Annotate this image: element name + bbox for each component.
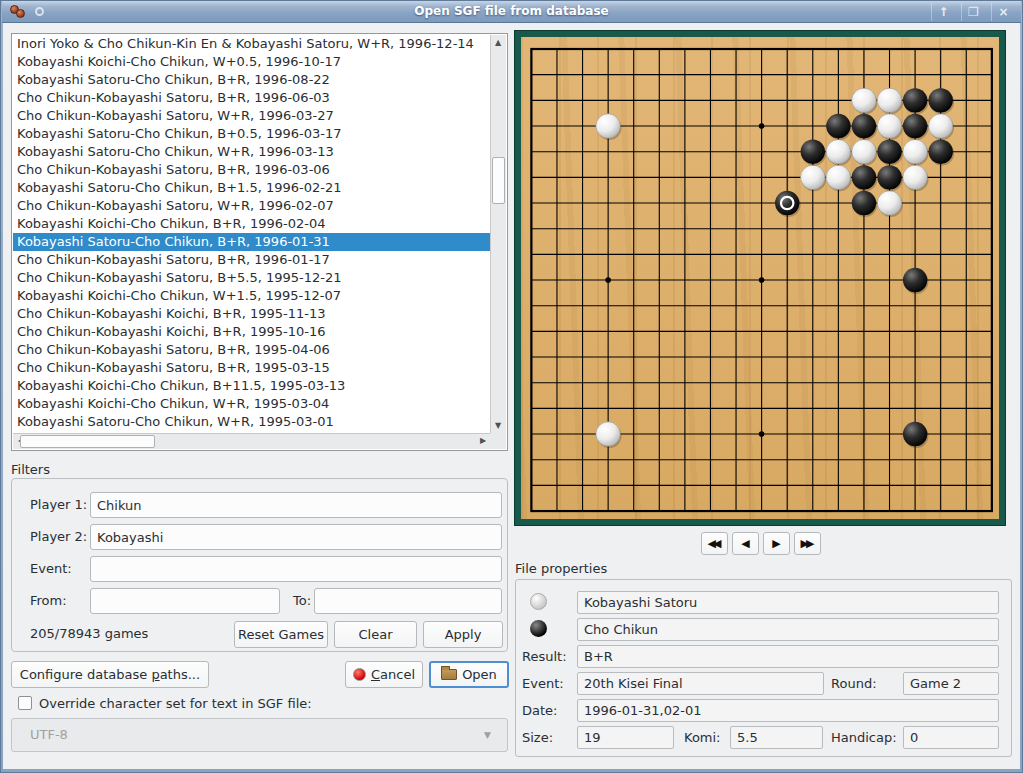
file-properties-heading: File properties xyxy=(515,561,607,576)
list-item[interactable]: Cho Chikun-Kobayashi Satoru, B+R, 1996-0… xyxy=(13,89,491,107)
date-field: 1996-01-31,02-01 xyxy=(577,699,999,722)
scroll-down-icon[interactable]: ▼ xyxy=(491,419,505,433)
round-field: Game 2 xyxy=(903,672,999,695)
vertical-scrollbar[interactable]: ▲ ▼ xyxy=(490,35,506,434)
list-item[interactable]: Kobayashi Satoru-Cho Chikun, B+0.5, 1996… xyxy=(13,125,491,143)
list-item[interactable]: Cho Chikun-Kobayashi Satoru, B+R, 1995-0… xyxy=(13,359,491,377)
komi-label: Komi: xyxy=(684,726,721,749)
result-label: Result: xyxy=(522,645,567,668)
to-label: To: xyxy=(293,593,311,608)
window-title: Open SGF file from database xyxy=(2,4,1021,18)
list-item[interactable]: Cho Chikun-Kobayashi Koichi, B+R, 1995-1… xyxy=(13,323,491,341)
filters-groupbox: Player 1: Player 2: Event: From: To: 205… xyxy=(11,478,508,652)
white-stone-icon xyxy=(530,593,547,610)
open-button[interactable]: Open xyxy=(429,661,509,688)
round-label: Round: xyxy=(831,672,877,695)
list-item[interactable]: Kobayashi Koichi-Cho Chikun, B+11.5, 199… xyxy=(13,377,491,395)
from-input[interactable] xyxy=(90,588,280,614)
file-properties-groupbox: Kobayashi Satoru Cho Chikun Result: B+R … xyxy=(515,579,1012,757)
configure-database-paths-button[interactable]: Configure database paths... xyxy=(11,661,209,688)
black-stone-icon xyxy=(530,620,547,637)
list-item[interactable]: Cho Chikun-Kobayashi Satoru, W+R, 1996-0… xyxy=(13,107,491,125)
scroll-up-icon[interactable]: ▲ xyxy=(491,36,505,50)
list-item[interactable]: Kobayashi Satoru-Cho Chikun, B+R, 1996-0… xyxy=(13,233,491,251)
event-field: 20th Kisei Final xyxy=(577,672,824,695)
folder-icon xyxy=(441,669,457,680)
charset-combobox[interactable]: UTF-8 ▼ xyxy=(11,718,508,752)
white-player-field: Kobayashi Satoru xyxy=(577,591,999,614)
prev-move-button[interactable]: ◀ xyxy=(732,532,759,555)
first-move-button[interactable]: ◀◀ xyxy=(701,532,728,555)
list-item[interactable]: Kobayashi Satoru-Cho Chikun, W+R, 1996-0… xyxy=(13,143,491,161)
horizontal-scrollbar[interactable]: ◀ ▶ xyxy=(13,433,491,449)
player1-label: Player 1: xyxy=(30,497,87,512)
vertical-scroll-thumb[interactable] xyxy=(492,157,505,204)
handicap-label: Handicap: xyxy=(831,726,897,749)
go-board[interactable] xyxy=(515,31,1005,525)
titlebar[interactable]: Open SGF file from database ↑ ❐ × xyxy=(2,1,1021,23)
player2-input[interactable] xyxy=(90,524,502,550)
last-move-button[interactable]: ▶▶ xyxy=(794,532,821,555)
list-item[interactable]: Kobayashi Satoru-Cho Chikun, W+R, 1995-0… xyxy=(13,413,491,431)
list-item[interactable]: Cho Chikun-Kobayashi Satoru, B+R, 1996-0… xyxy=(13,251,491,269)
horizontal-scroll-thumb[interactable] xyxy=(20,435,155,448)
komi-field: 5.5 xyxy=(730,726,823,749)
size-field: 19 xyxy=(577,726,674,749)
to-input[interactable] xyxy=(314,588,502,614)
date-label: Date: xyxy=(522,699,557,722)
black-player-field: Cho Chikun xyxy=(577,618,999,641)
result-field: B+R xyxy=(577,645,999,668)
from-label: From: xyxy=(30,593,67,608)
handicap-field: 0 xyxy=(903,726,999,749)
close-button[interactable]: × xyxy=(991,3,1015,21)
list-item[interactable]: Kobayashi Koichi-Cho Chikun, W+1.5, 1995… xyxy=(13,287,491,305)
charset-value: UTF-8 xyxy=(30,727,68,742)
override-charset-label: Override character set for text in SGF f… xyxy=(39,696,312,711)
event-filter-label: Event: xyxy=(30,561,72,576)
list-item[interactable]: Cho Chikun-Kobayashi Satoru, B+R, 1995-0… xyxy=(13,341,491,359)
cancel-button[interactable]: Cancel xyxy=(345,661,423,688)
event-input[interactable] xyxy=(90,556,502,582)
list-item[interactable]: Kobayashi Koichi-Cho Chikun, W+0.5, 1996… xyxy=(13,53,491,71)
cancel-icon xyxy=(353,668,366,681)
size-label: Size: xyxy=(522,726,553,749)
player1-input[interactable] xyxy=(90,492,502,518)
apply-button[interactable]: Apply xyxy=(423,621,503,648)
filters-heading: Filters xyxy=(11,462,50,477)
game-list: Inori Yoko & Cho Chikun-Kin En & Kobayas… xyxy=(11,33,508,451)
list-item[interactable]: Cho Chikun-Kobayashi Satoru, W+R, 1996-0… xyxy=(13,197,491,215)
list-item[interactable]: Cho Chikun-Kobayashi Satoru, B+R, 1996-0… xyxy=(13,161,491,179)
clear-button[interactable]: Clear xyxy=(334,621,417,648)
list-item[interactable]: Kobayashi Satoru-Cho Chikun, B+R, 1996-0… xyxy=(13,71,491,89)
dialog-window: Open SGF file from database ↑ ❐ × Inori … xyxy=(0,0,1023,773)
list-item[interactable]: Kobayashi Satoru-Cho Chikun, B+1.5, 1996… xyxy=(13,179,491,197)
move-navigation: ◀◀ ◀ ▶ ▶▶ xyxy=(701,532,821,555)
scrollbar-corner xyxy=(490,433,506,449)
maximize-button[interactable]: ❐ xyxy=(961,3,985,21)
override-charset-checkbox[interactable] xyxy=(18,696,32,710)
shade-window-button[interactable]: ↑ xyxy=(931,3,955,21)
list-item[interactable]: Kobayashi Koichi-Cho Chikun, W+R, 1995-0… xyxy=(13,395,491,413)
list-item[interactable]: Cho Chikun-Kobayashi Satoru, B+5.5, 1995… xyxy=(13,269,491,287)
list-item[interactable]: Inori Yoko & Cho Chikun-Kin En & Kobayas… xyxy=(13,35,491,53)
list-item[interactable]: Cho Chikun-Kobayashi Koichi, B+R, 1995-1… xyxy=(13,305,491,323)
game-list-rows: Inori Yoko & Cho Chikun-Kin En & Kobayas… xyxy=(13,35,491,434)
event-label: Event: xyxy=(522,672,564,695)
scroll-right-icon[interactable]: ▶ xyxy=(476,434,490,448)
chevron-down-icon: ▼ xyxy=(484,719,491,751)
next-move-button[interactable]: ▶ xyxy=(763,532,790,555)
reset-games-button[interactable]: Reset Games xyxy=(234,621,328,648)
games-count: 205/78943 games xyxy=(30,626,148,641)
list-item[interactable]: Kobayashi Koichi-Cho Chikun, B+R, 1996-0… xyxy=(13,215,491,233)
player2-label: Player 2: xyxy=(30,529,87,544)
